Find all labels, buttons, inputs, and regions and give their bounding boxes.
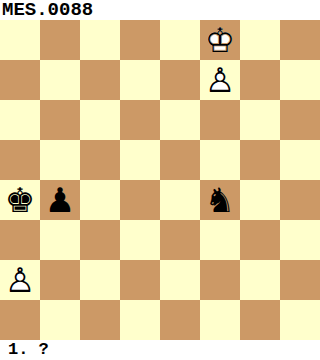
square-b5[interactable]	[40, 140, 80, 180]
square-a5[interactable]	[0, 140, 40, 180]
square-e5[interactable]	[160, 140, 200, 180]
black-knight-f4-piece: ♞	[200, 180, 240, 220]
square-f1[interactable]	[200, 300, 240, 340]
square-e8[interactable]	[160, 20, 200, 60]
square-h6[interactable]	[280, 100, 320, 140]
white-pawn-f7-glyph: ♙	[200, 60, 240, 100]
square-c4[interactable]	[80, 180, 120, 220]
square-e7[interactable]	[160, 60, 200, 100]
square-g2[interactable]	[240, 260, 280, 300]
black-king-piece: ♚	[0, 180, 40, 220]
square-g5[interactable]	[240, 140, 280, 180]
square-d4[interactable]	[120, 180, 160, 220]
square-h5[interactable]	[280, 140, 320, 180]
square-f5[interactable]	[200, 140, 240, 180]
black-pawn-b4-glyph: ♟	[40, 180, 80, 220]
square-h3[interactable]	[280, 220, 320, 260]
square-b8[interactable]	[40, 20, 80, 60]
square-h4[interactable]	[280, 180, 320, 220]
black-pawn-b4-piece: ♟	[40, 180, 80, 220]
square-c1[interactable]	[80, 300, 120, 340]
square-a2[interactable]: ♟♙	[0, 260, 40, 300]
square-c3[interactable]	[80, 220, 120, 260]
square-a6[interactable]	[0, 100, 40, 140]
puzzle-id: MES.0088	[0, 0, 320, 20]
square-f4[interactable]: ♞	[200, 180, 240, 220]
square-f3[interactable]	[200, 220, 240, 260]
square-f6[interactable]	[200, 100, 240, 140]
square-a7[interactable]	[0, 60, 40, 100]
square-c2[interactable]	[80, 260, 120, 300]
square-g8[interactable]	[240, 20, 280, 60]
black-knight-f4-glyph: ♞	[200, 180, 240, 220]
square-e3[interactable]	[160, 220, 200, 260]
square-c7[interactable]	[80, 60, 120, 100]
square-b2[interactable]	[40, 260, 80, 300]
white-pawn-a2-glyph: ♙	[0, 260, 40, 300]
square-g7[interactable]	[240, 60, 280, 100]
square-f7[interactable]: ♟♙	[200, 60, 240, 100]
square-d6[interactable]	[120, 100, 160, 140]
square-g3[interactable]	[240, 220, 280, 260]
square-f8[interactable]: ♚♔	[200, 20, 240, 60]
square-b1[interactable]	[40, 300, 80, 340]
square-c6[interactable]	[80, 100, 120, 140]
black-king-glyph: ♚	[0, 180, 40, 220]
square-d3[interactable]	[120, 220, 160, 260]
square-b7[interactable]	[40, 60, 80, 100]
square-a3[interactable]	[0, 220, 40, 260]
square-d1[interactable]	[120, 300, 160, 340]
square-g6[interactable]	[240, 100, 280, 140]
square-h2[interactable]	[280, 260, 320, 300]
square-e4[interactable]	[160, 180, 200, 220]
square-c5[interactable]	[80, 140, 120, 180]
square-e6[interactable]	[160, 100, 200, 140]
chess-board: ♚♔♟♙♚♟♞♟♙	[0, 20, 320, 340]
square-a1[interactable]	[0, 300, 40, 340]
square-h1[interactable]	[280, 300, 320, 340]
white-king-glyph: ♔	[200, 20, 240, 60]
square-a4[interactable]: ♚	[0, 180, 40, 220]
move-prompt: 1. ?	[0, 340, 320, 360]
white-pawn-f7-piece: ♟♙	[200, 60, 240, 100]
square-c8[interactable]	[80, 20, 120, 60]
square-h8[interactable]	[280, 20, 320, 60]
square-b6[interactable]	[40, 100, 80, 140]
square-d8[interactable]	[120, 20, 160, 60]
square-g1[interactable]	[240, 300, 280, 340]
square-b3[interactable]	[40, 220, 80, 260]
white-pawn-a2-piece: ♟♙	[0, 260, 40, 300]
square-f2[interactable]	[200, 260, 240, 300]
square-d2[interactable]	[120, 260, 160, 300]
square-h7[interactable]	[280, 60, 320, 100]
square-a8[interactable]	[0, 20, 40, 60]
square-e1[interactable]	[160, 300, 200, 340]
square-e2[interactable]	[160, 260, 200, 300]
square-d7[interactable]	[120, 60, 160, 100]
square-b4[interactable]: ♟	[40, 180, 80, 220]
white-king-piece: ♚♔	[200, 20, 240, 60]
square-g4[interactable]	[240, 180, 280, 220]
square-d5[interactable]	[120, 140, 160, 180]
